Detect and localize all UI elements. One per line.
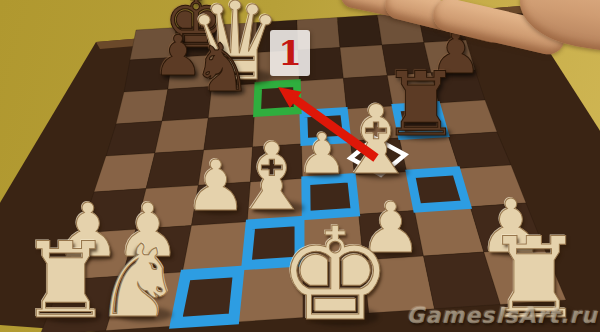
piece-white-king-e1[interactable]: ♚ [278,211,393,332]
piece-white-bishop-f4[interactable]: ♝ [333,93,418,188]
move-number-label: 1 [270,30,310,76]
piece-white-rook-a1[interactable]: ♜ [19,229,113,332]
watermark: GamesIsArt.ru [407,303,598,328]
square-shade [116,89,168,124]
chess-app-screenshot: ♚♟♟♛♞♜♟♝♝♟♟♟♟♟♞♜♜♚ 1 GamesIsArt.ru [0,0,600,332]
piece-white-pawn-c3[interactable]: ♟ [185,151,248,221]
